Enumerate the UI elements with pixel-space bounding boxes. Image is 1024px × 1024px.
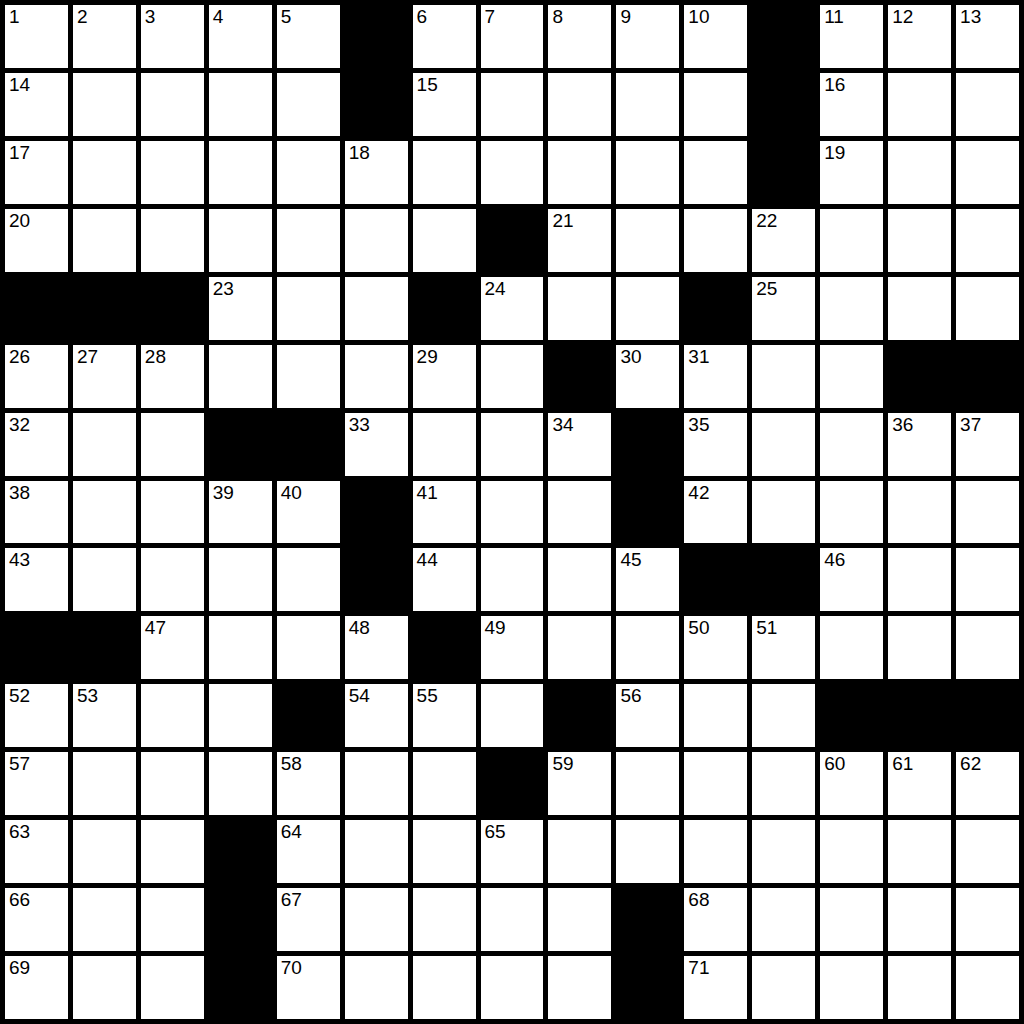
cell-r10c3[interactable]: 47 [141, 616, 204, 679]
cell-r8c1[interactable]: 38 [5, 481, 68, 544]
cell-r4c5[interactable] [277, 209, 340, 272]
black-cell-r11c13 [820, 684, 883, 747]
black-cell-r10c2 [73, 616, 136, 679]
cell-r15c12[interactable] [752, 956, 815, 1019]
black-cell-r8c10 [616, 481, 679, 544]
clue-number: 16 [824, 74, 845, 96]
black-cell-r5c1 [5, 277, 68, 340]
cell-r15c5[interactable]: 70 [277, 956, 340, 1019]
clue-number: 48 [349, 617, 370, 639]
cell-r10c11[interactable]: 50 [684, 616, 747, 679]
cell-r15c8[interactable] [481, 956, 544, 1019]
clue-number: 21 [552, 210, 573, 232]
cell-r2c14[interactable] [888, 73, 951, 136]
cell-r7c15[interactable]: 37 [956, 413, 1019, 476]
cell-r13c6[interactable] [345, 820, 408, 883]
cell-r13c2[interactable] [73, 820, 136, 883]
black-cell-r14c4 [209, 888, 272, 951]
clue-number: 25 [756, 278, 777, 300]
clue-number: 17 [9, 142, 30, 164]
black-cell-r9c11 [684, 548, 747, 611]
clue-number: 14 [9, 74, 30, 96]
cell-r10c12[interactable]: 51 [752, 616, 815, 679]
cell-r11c8[interactable] [481, 684, 544, 747]
black-cell-r7c5 [277, 413, 340, 476]
cell-r5c4[interactable]: 23 [209, 277, 272, 340]
clue-number: 39 [213, 482, 234, 504]
cell-r3c10[interactable] [616, 141, 679, 204]
clue-number: 7 [485, 6, 496, 28]
clue-number: 57 [9, 753, 30, 775]
cell-r13c15[interactable] [956, 820, 1019, 883]
clue-number: 6 [417, 6, 428, 28]
cell-r1c9[interactable]: 8 [548, 5, 611, 68]
black-cell-r5c2 [73, 277, 136, 340]
clue-number: 64 [281, 821, 302, 843]
cell-r3c6[interactable]: 18 [345, 141, 408, 204]
black-cell-r11c15 [956, 684, 1019, 747]
cell-r4c10[interactable] [616, 209, 679, 272]
clue-number: 15 [417, 74, 438, 96]
clue-number: 8 [552, 6, 563, 28]
clue-number: 47 [145, 617, 166, 639]
black-cell-r7c10 [616, 413, 679, 476]
cell-r6c2[interactable]: 27 [73, 345, 136, 408]
cell-r8c14[interactable] [888, 481, 951, 544]
black-cell-r14c10 [616, 888, 679, 951]
black-cell-r6c14 [888, 345, 951, 408]
cell-r4c7[interactable] [413, 209, 476, 272]
cell-r6c12[interactable] [752, 345, 815, 408]
cell-r1c3[interactable]: 3 [141, 5, 204, 68]
cell-r10c9[interactable] [548, 616, 611, 679]
clue-number: 56 [620, 685, 641, 707]
cell-r6c5[interactable] [277, 345, 340, 408]
cell-r1c5[interactable]: 5 [277, 5, 340, 68]
clue-number: 4 [213, 6, 224, 28]
cell-r3c11[interactable] [684, 141, 747, 204]
clue-number: 67 [281, 889, 302, 911]
cell-r11c11[interactable] [684, 684, 747, 747]
cell-r8c2[interactable] [73, 481, 136, 544]
black-cell-r9c12 [752, 548, 815, 611]
cell-r12c13[interactable]: 60 [820, 752, 883, 815]
cell-r5c9[interactable] [548, 277, 611, 340]
cell-r8c4[interactable]: 39 [209, 481, 272, 544]
cell-r4c12[interactable]: 22 [752, 209, 815, 272]
clue-number: 2 [77, 6, 88, 28]
clue-number: 33 [349, 414, 370, 436]
cell-r7c9[interactable]: 34 [548, 413, 611, 476]
black-cell-r1c6 [345, 5, 408, 68]
cell-r15c11[interactable]: 71 [684, 956, 747, 1019]
cell-r12c6[interactable] [345, 752, 408, 815]
cell-r7c3[interactable] [141, 413, 204, 476]
cell-r11c4[interactable] [209, 684, 272, 747]
clue-number: 38 [9, 482, 30, 504]
black-cell-r15c4 [209, 956, 272, 1019]
clue-number: 49 [485, 617, 506, 639]
cell-r11c10[interactable]: 56 [616, 684, 679, 747]
black-cell-r5c7 [413, 277, 476, 340]
clue-number: 59 [552, 753, 573, 775]
clue-number: 10 [688, 6, 709, 28]
clue-number: 55 [417, 685, 438, 707]
cell-r12c1[interactable]: 57 [5, 752, 68, 815]
clue-number: 9 [620, 6, 631, 28]
cell-r12c7[interactable] [413, 752, 476, 815]
cell-r2c4[interactable] [209, 73, 272, 136]
black-cell-r5c3 [141, 277, 204, 340]
black-cell-r6c9 [548, 345, 611, 408]
cell-r9c14[interactable] [888, 548, 951, 611]
cell-r8c11[interactable]: 42 [684, 481, 747, 544]
clue-number: 1 [9, 6, 20, 28]
cell-r14c15[interactable] [956, 888, 1019, 951]
cell-r8c12[interactable] [752, 481, 815, 544]
clue-number: 11 [824, 6, 844, 28]
clue-number: 50 [688, 617, 709, 639]
cell-r8c15[interactable] [956, 481, 1019, 544]
cell-r5c6[interactable] [345, 277, 408, 340]
cell-r1c10[interactable]: 9 [616, 5, 679, 68]
black-cell-r3c12 [752, 141, 815, 204]
cell-r7c6[interactable]: 33 [345, 413, 408, 476]
cell-r13c5[interactable]: 64 [277, 820, 340, 883]
cell-r3c4[interactable] [209, 141, 272, 204]
cell-r5c8[interactable]: 24 [481, 277, 544, 340]
cell-r11c1[interactable]: 52 [5, 684, 68, 747]
clue-number: 66 [9, 889, 30, 911]
cell-r5c5[interactable] [277, 277, 340, 340]
cell-r4c15[interactable] [956, 209, 1019, 272]
black-cell-r10c1 [5, 616, 68, 679]
black-cell-r11c9 [548, 684, 611, 747]
cell-r10c10[interactable] [616, 616, 679, 679]
cell-r2c11[interactable] [684, 73, 747, 136]
cell-r15c13[interactable] [820, 956, 883, 1019]
clue-number: 29 [417, 346, 438, 368]
cell-r6c13[interactable] [820, 345, 883, 408]
cell-r7c14[interactable]: 36 [888, 413, 951, 476]
black-cell-r6c15 [956, 345, 1019, 408]
black-cell-r9c6 [345, 548, 408, 611]
cell-r9c2[interactable] [73, 548, 136, 611]
cell-r14c3[interactable] [141, 888, 204, 951]
clue-number: 45 [620, 549, 641, 571]
clue-number: 32 [9, 414, 30, 436]
cell-r12c3[interactable] [141, 752, 204, 815]
cell-r6c6[interactable] [345, 345, 408, 408]
cell-r15c15[interactable] [956, 956, 1019, 1019]
cell-r7c13[interactable] [820, 413, 883, 476]
cell-r1c8[interactable]: 7 [481, 5, 544, 68]
cell-r9c4[interactable] [209, 548, 272, 611]
cell-r4c13[interactable] [820, 209, 883, 272]
clue-number: 68 [688, 889, 709, 911]
clue-number: 71 [688, 957, 709, 979]
black-cell-r1c12 [752, 5, 815, 68]
cell-r1c4[interactable]: 4 [209, 5, 272, 68]
cell-r13c9[interactable] [548, 820, 611, 883]
cell-r1c1[interactable]: 1 [5, 5, 68, 68]
cell-r15c2[interactable] [73, 956, 136, 1019]
cell-r15c9[interactable] [548, 956, 611, 1019]
clue-number: 43 [9, 549, 30, 571]
clue-number: 12 [892, 6, 913, 28]
cell-r10c6[interactable]: 48 [345, 616, 408, 679]
cell-r3c9[interactable] [548, 141, 611, 204]
clue-number: 60 [824, 753, 845, 775]
cell-r11c3[interactable] [141, 684, 204, 747]
cell-r15c7[interactable] [413, 956, 476, 1019]
cell-r3c8[interactable] [481, 141, 544, 204]
cell-r15c6[interactable] [345, 956, 408, 1019]
cell-r7c12[interactable] [752, 413, 815, 476]
cell-r10c4[interactable] [209, 616, 272, 679]
cell-r3c7[interactable] [413, 141, 476, 204]
cell-r9c1[interactable]: 43 [5, 548, 68, 611]
cell-r6c7[interactable]: 29 [413, 345, 476, 408]
clue-number: 31 [688, 346, 709, 368]
cell-r12c2[interactable] [73, 752, 136, 815]
cell-r7c8[interactable] [481, 413, 544, 476]
clue-number: 46 [824, 549, 845, 571]
cell-r11c2[interactable]: 53 [73, 684, 136, 747]
cell-r14c12[interactable] [752, 888, 815, 951]
cell-r12c14[interactable]: 61 [888, 752, 951, 815]
cell-r4c9[interactable]: 21 [548, 209, 611, 272]
clue-number: 53 [77, 685, 98, 707]
clue-number: 26 [9, 346, 30, 368]
cell-r12c9[interactable]: 59 [548, 752, 611, 815]
cell-r10c13[interactable] [820, 616, 883, 679]
cell-r10c15[interactable] [956, 616, 1019, 679]
cell-r1c11[interactable]: 10 [684, 5, 747, 68]
clue-number: 54 [349, 685, 370, 707]
cell-r14c5[interactable]: 67 [277, 888, 340, 951]
cell-r13c11[interactable] [684, 820, 747, 883]
cell-r8c5[interactable]: 40 [277, 481, 340, 544]
cell-r10c5[interactable] [277, 616, 340, 679]
clue-number: 27 [77, 346, 98, 368]
black-cell-r13c4 [209, 820, 272, 883]
cell-r2c15[interactable] [956, 73, 1019, 136]
cell-r2c13[interactable]: 16 [820, 73, 883, 136]
cell-r3c1[interactable]: 17 [5, 141, 68, 204]
cell-r14c14[interactable] [888, 888, 951, 951]
cell-r5c15[interactable] [956, 277, 1019, 340]
cell-r5c13[interactable] [820, 277, 883, 340]
black-cell-r5c11 [684, 277, 747, 340]
cell-r15c3[interactable] [141, 956, 204, 1019]
clue-number: 42 [688, 482, 709, 504]
cell-r1c13[interactable]: 11 [820, 5, 883, 68]
cell-r15c1[interactable]: 69 [5, 956, 68, 1019]
black-cell-r10c7 [413, 616, 476, 679]
cell-r12c11[interactable] [684, 752, 747, 815]
clue-number: 41 [417, 482, 438, 504]
cell-r14c1[interactable]: 66 [5, 888, 68, 951]
black-cell-r12c8 [481, 752, 544, 815]
cell-r6c1[interactable]: 26 [5, 345, 68, 408]
cell-r4c4[interactable] [209, 209, 272, 272]
clue-number: 69 [9, 957, 30, 979]
black-cell-r7c4 [209, 413, 272, 476]
cell-r9c10[interactable]: 45 [616, 548, 679, 611]
cell-r6c8[interactable] [481, 345, 544, 408]
cell-r2c8[interactable] [481, 73, 544, 136]
cell-r1c2[interactable]: 2 [73, 5, 136, 68]
cell-r7c1[interactable]: 32 [5, 413, 68, 476]
cell-r5c14[interactable] [888, 277, 951, 340]
cell-r9c15[interactable] [956, 548, 1019, 611]
cell-r4c11[interactable] [684, 209, 747, 272]
cell-r2c9[interactable] [548, 73, 611, 136]
black-cell-r11c5 [277, 684, 340, 747]
cell-r11c6[interactable]: 54 [345, 684, 408, 747]
clue-number: 62 [960, 753, 981, 775]
clue-number: 65 [485, 821, 506, 843]
cell-r12c10[interactable] [616, 752, 679, 815]
cell-r3c15[interactable] [956, 141, 1019, 204]
cell-r1c15[interactable]: 13 [956, 5, 1019, 68]
cell-r12c4[interactable] [209, 752, 272, 815]
cell-r8c9[interactable] [548, 481, 611, 544]
cell-r3c3[interactable] [141, 141, 204, 204]
cell-r9c7[interactable]: 44 [413, 548, 476, 611]
cell-r7c2[interactable] [73, 413, 136, 476]
cell-r1c7[interactable]: 6 [413, 5, 476, 68]
clue-number: 19 [824, 142, 845, 164]
cell-r14c11[interactable]: 68 [684, 888, 747, 951]
cell-r12c15[interactable]: 62 [956, 752, 1019, 815]
cell-r13c13[interactable] [820, 820, 883, 883]
clue-number: 24 [485, 278, 506, 300]
cell-r9c5[interactable] [277, 548, 340, 611]
clue-number: 52 [9, 685, 30, 707]
cell-r8c13[interactable] [820, 481, 883, 544]
cell-r3c2[interactable] [73, 141, 136, 204]
cell-r4c1[interactable]: 20 [5, 209, 68, 272]
clue-number: 63 [9, 821, 30, 843]
clue-number: 20 [9, 210, 30, 232]
cell-r10c14[interactable] [888, 616, 951, 679]
cell-r10c8[interactable]: 49 [481, 616, 544, 679]
cell-r15c14[interactable] [888, 956, 951, 1019]
cell-r1c14[interactable]: 12 [888, 5, 951, 68]
cell-r3c14[interactable] [888, 141, 951, 204]
black-cell-r4c8 [481, 209, 544, 272]
cell-r7c7[interactable] [413, 413, 476, 476]
cell-r14c6[interactable] [345, 888, 408, 951]
cell-r6c10[interactable]: 30 [616, 345, 679, 408]
clue-number: 22 [756, 210, 777, 232]
cell-r2c1[interactable]: 14 [5, 73, 68, 136]
clue-number: 35 [688, 414, 709, 436]
clue-number: 70 [281, 957, 302, 979]
cell-r3c13[interactable]: 19 [820, 141, 883, 204]
clue-number: 5 [281, 6, 292, 28]
cell-r11c12[interactable] [752, 684, 815, 747]
cell-r13c1[interactable]: 63 [5, 820, 68, 883]
cell-r14c2[interactable] [73, 888, 136, 951]
clue-number: 51 [756, 617, 777, 639]
cell-r6c4[interactable] [209, 345, 272, 408]
cell-r12c5[interactable]: 58 [277, 752, 340, 815]
cell-r8c8[interactable] [481, 481, 544, 544]
black-cell-r8c6 [345, 481, 408, 544]
cell-r13c3[interactable] [141, 820, 204, 883]
cell-r9c9[interactable] [548, 548, 611, 611]
clue-number: 28 [145, 346, 166, 368]
cell-r14c9[interactable] [548, 888, 611, 951]
cell-r14c8[interactable] [481, 888, 544, 951]
cell-r13c7[interactable] [413, 820, 476, 883]
black-cell-r15c10 [616, 956, 679, 1019]
cell-r14c7[interactable] [413, 888, 476, 951]
cell-r8c7[interactable]: 41 [413, 481, 476, 544]
clue-number: 61 [892, 753, 913, 775]
clue-number: 40 [281, 482, 302, 504]
cell-r5c12[interactable]: 25 [752, 277, 815, 340]
crossword-grid: 1234567891011121314151617181920212223242… [0, 0, 1024, 1024]
clue-number: 58 [281, 753, 302, 775]
cell-r9c3[interactable] [141, 548, 204, 611]
cell-r3c5[interactable] [277, 141, 340, 204]
black-cell-r2c12 [752, 73, 815, 136]
clue-number: 13 [960, 6, 981, 28]
clue-number: 34 [552, 414, 573, 436]
cell-r12c12[interactable] [752, 752, 815, 815]
cell-r2c10[interactable] [616, 73, 679, 136]
cell-r4c2[interactable] [73, 209, 136, 272]
clue-number: 23 [213, 278, 234, 300]
cell-r5c10[interactable] [616, 277, 679, 340]
clue-number: 30 [620, 346, 641, 368]
cell-r7c11[interactable]: 35 [684, 413, 747, 476]
cell-r6c3[interactable]: 28 [141, 345, 204, 408]
black-cell-r11c14 [888, 684, 951, 747]
cell-r2c7[interactable]: 15 [413, 73, 476, 136]
cell-r14c13[interactable] [820, 888, 883, 951]
cell-r13c14[interactable] [888, 820, 951, 883]
cell-r13c12[interactable] [752, 820, 815, 883]
cell-r8c3[interactable] [141, 481, 204, 544]
cell-r4c3[interactable] [141, 209, 204, 272]
clue-number: 44 [417, 549, 438, 571]
cell-r11c7[interactable]: 55 [413, 684, 476, 747]
clue-number: 36 [892, 414, 913, 436]
cell-r4c6[interactable] [345, 209, 408, 272]
clue-number: 18 [349, 142, 370, 164]
cell-r2c5[interactable] [277, 73, 340, 136]
cell-r9c13[interactable]: 46 [820, 548, 883, 611]
clue-number: 3 [145, 6, 156, 28]
cell-r9c8[interactable] [481, 548, 544, 611]
cell-r6c11[interactable]: 31 [684, 345, 747, 408]
black-cell-r2c6 [345, 73, 408, 136]
cell-r13c10[interactable] [616, 820, 679, 883]
clue-number: 37 [960, 414, 981, 436]
cell-r2c3[interactable] [141, 73, 204, 136]
cell-r13c8[interactable]: 65 [481, 820, 544, 883]
cell-r4c14[interactable] [888, 209, 951, 272]
cell-r2c2[interactable] [73, 73, 136, 136]
